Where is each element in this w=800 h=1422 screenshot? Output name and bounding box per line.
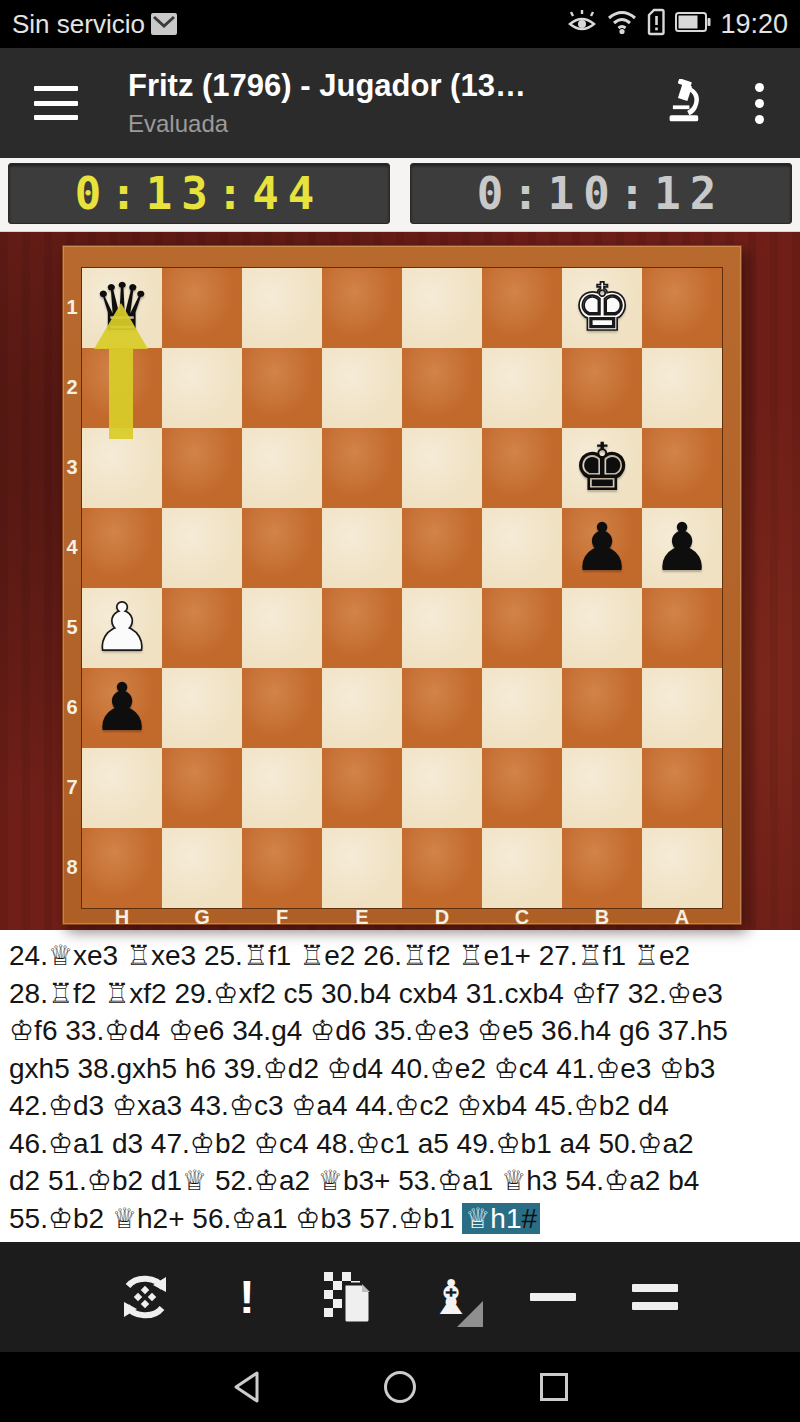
- square-h3[interactable]: [82, 428, 162, 508]
- square-c5[interactable]: [482, 588, 562, 668]
- move-line[interactable]: 28.♖f2 ♖xf2 29.♔xf2 c5 30.b4 cxb4 31.cxb…: [9, 975, 791, 1013]
- board-document-icon[interactable]: [321, 1265, 377, 1329]
- square-g8[interactable]: [162, 828, 242, 908]
- equals-button[interactable]: [627, 1265, 683, 1329]
- file-label: E: [322, 909, 402, 926]
- square-d2[interactable]: [402, 348, 482, 428]
- move-list: 24.♕xe3 ♖xe3 25.♖f1 ♖e2 26.♖f2 ♖e1+ 27.♖…: [0, 930, 800, 1242]
- square-e3[interactable]: [322, 428, 402, 508]
- square-d4[interactable]: [402, 508, 482, 588]
- square-g2[interactable]: [162, 348, 242, 428]
- square-f3[interactable]: [242, 428, 322, 508]
- square-h8[interactable]: [82, 828, 162, 908]
- square-e4[interactable]: [322, 508, 402, 588]
- move-line[interactable]: 55.♔b2 ♕h2+ 56.♔a1 ♔b3 57.♔b1 ♕h1#: [9, 1200, 791, 1238]
- square-b2[interactable]: [562, 348, 642, 428]
- square-d3[interactable]: [402, 428, 482, 508]
- file-label: F: [242, 909, 322, 926]
- rank-label: 6: [63, 667, 81, 747]
- square-c2[interactable]: [482, 348, 562, 428]
- status-bar: Sin servicio: [0, 0, 800, 48]
- square-f4[interactable]: [242, 508, 322, 588]
- white-king: ♚: [562, 268, 642, 348]
- chess-board: 12345678 HGFEDCBA ♛♚♚♟♟♟♟: [62, 245, 742, 925]
- square-e1[interactable]: [322, 268, 402, 348]
- square-h1[interactable]: ♛: [82, 268, 162, 348]
- clock-strip: 0:13:44 0:10:12: [0, 158, 800, 232]
- corner-triangle: [457, 1301, 483, 1327]
- square-f8[interactable]: [242, 828, 322, 908]
- carrier-label: Sin servicio: [12, 9, 145, 40]
- square-h2[interactable]: [82, 348, 162, 428]
- square-f7[interactable]: [242, 748, 322, 828]
- square-d5[interactable]: [402, 588, 482, 668]
- square-c4[interactable]: [482, 508, 562, 588]
- square-e2[interactable]: [322, 348, 402, 428]
- square-g7[interactable]: [162, 748, 242, 828]
- white-clock: 0:13:44: [8, 163, 390, 224]
- square-f1[interactable]: [242, 268, 322, 348]
- rank-label: 4: [63, 507, 81, 587]
- square-g6[interactable]: [162, 668, 242, 748]
- file-label: B: [562, 909, 642, 926]
- minus-button[interactable]: [525, 1265, 581, 1329]
- page-subtitle: Evaluada: [128, 110, 665, 138]
- square-e5[interactable]: [322, 588, 402, 668]
- sim-alert-icon: [646, 8, 666, 40]
- file-label: D: [402, 909, 482, 926]
- square-a5[interactable]: [642, 588, 722, 668]
- square-c1[interactable]: [482, 268, 562, 348]
- square-a2[interactable]: [642, 348, 722, 428]
- white-pawn: ♟: [82, 588, 162, 668]
- file-label: G: [162, 909, 242, 926]
- black-clock-time: 0:10:12: [477, 168, 725, 219]
- page-title: Fritz (1796) - Jugador (13…: [128, 68, 665, 104]
- board-background: 12345678 HGFEDCBA ♛♚♚♟♟♟♟: [0, 232, 800, 930]
- black-pawn: ♟: [642, 508, 722, 588]
- rank-label: 7: [63, 747, 81, 827]
- square-a4[interactable]: ♟: [642, 508, 722, 588]
- board-squares: ♛♚♚♟♟♟♟: [81, 267, 723, 909]
- back-button[interactable]: [227, 1368, 265, 1406]
- square-f2[interactable]: [242, 348, 322, 428]
- app-bar: Fritz (1796) - Jugador (13… Evaluada: [0, 48, 800, 158]
- square-d8[interactable]: [402, 828, 482, 908]
- square-b1[interactable]: ♚: [562, 268, 642, 348]
- square-e7[interactable]: [322, 748, 402, 828]
- square-a7[interactable]: [642, 748, 722, 828]
- file-label: C: [482, 909, 562, 926]
- home-button[interactable]: [381, 1368, 419, 1406]
- square-g4[interactable]: [162, 508, 242, 588]
- square-g3[interactable]: [162, 428, 242, 508]
- black-pawn: ♟: [562, 508, 642, 588]
- microscope-icon[interactable]: [665, 79, 705, 127]
- eye-comfort-icon: [566, 7, 598, 41]
- highlighted-move[interactable]: ♕h1#: [462, 1203, 540, 1234]
- black-clock: 0:10:12: [410, 163, 792, 224]
- square-d1[interactable]: [402, 268, 482, 348]
- file-label: H: [82, 909, 162, 926]
- move-line[interactable]: ♔f6 33.♔d4 ♔e6 34.g4 ♔d6 35.♔e3 ♔e5 36.h…: [9, 1012, 791, 1050]
- square-a6[interactable]: [642, 668, 722, 748]
- square-b3[interactable]: ♚: [562, 428, 642, 508]
- overflow-menu-icon[interactable]: [751, 79, 768, 128]
- android-nav-bar: [0, 1352, 800, 1422]
- rank-label: 2: [63, 347, 81, 427]
- square-c3[interactable]: [482, 428, 562, 508]
- exclamation-button[interactable]: !: [219, 1265, 275, 1329]
- black-queen: ♛: [82, 268, 162, 348]
- clock-time: 19:20: [720, 9, 788, 40]
- square-b6[interactable]: [562, 668, 642, 748]
- square-a1[interactable]: [642, 268, 722, 348]
- square-g1[interactable]: [162, 268, 242, 348]
- rank-label: 3: [63, 427, 81, 507]
- square-b8[interactable]: [562, 828, 642, 908]
- square-d6[interactable]: [402, 668, 482, 748]
- square-e6[interactable]: [322, 668, 402, 748]
- square-g5[interactable]: [162, 588, 242, 668]
- square-c8[interactable]: [482, 828, 562, 908]
- square-h5[interactable]: ♟: [82, 588, 162, 668]
- bishop-piece-icon[interactable]: ♝: [423, 1265, 479, 1329]
- square-e8[interactable]: [322, 828, 402, 908]
- wifi-icon: [607, 9, 637, 39]
- rank-label: 5: [63, 587, 81, 667]
- square-c6[interactable]: [482, 668, 562, 748]
- square-b7[interactable]: [562, 748, 642, 828]
- square-a8[interactable]: [642, 828, 722, 908]
- move-line[interactable]: gxh5 38.gxh5 h6 39.♔d2 ♔d4 40.♔e2 ♔c4 41…: [9, 1050, 791, 1088]
- square-f5[interactable]: [242, 588, 322, 668]
- square-c7[interactable]: [482, 748, 562, 828]
- move-line[interactable]: 46.♔a1 d3 47.♔b2 ♔c4 48.♔c1 a5 49.♔b1 a4…: [9, 1125, 791, 1163]
- move-line-text: 55.♔b2 ♕h2+ 56.♔a1 ♔b3 57.♔b1: [9, 1203, 462, 1234]
- move-line[interactable]: 42.♔d3 ♔xa3 43.♔c3 ♔a4 44.♔c2 ♔xb4 45.♔b…: [9, 1087, 791, 1125]
- square-d7[interactable]: [402, 748, 482, 828]
- square-b4[interactable]: ♟: [562, 508, 642, 588]
- move-line[interactable]: 24.♕xe3 ♖xe3 25.♖f1 ♖e2 26.♖f2 ♖e1+ 27.♖…: [9, 937, 791, 975]
- black-king: ♚: [562, 428, 642, 508]
- square-a3[interactable]: [642, 428, 722, 508]
- switch-sides-icon[interactable]: [117, 1265, 173, 1329]
- white-clock-time: 0:13:44: [75, 168, 323, 219]
- envelope-icon: [151, 13, 177, 35]
- square-b5[interactable]: [562, 588, 642, 668]
- black-pawn: ♟: [82, 668, 162, 748]
- rank-label: 1: [63, 267, 81, 347]
- recents-button[interactable]: [535, 1368, 573, 1406]
- mate-symbol: #: [522, 1203, 538, 1234]
- move-line[interactable]: d2 51.♔b2 d1♕ 52.♔a2 ♕b3+ 53.♔a1 ♕h3 54.…: [9, 1162, 791, 1200]
- square-h6[interactable]: ♟: [82, 668, 162, 748]
- battery-icon: [675, 11, 711, 37]
- square-h4[interactable]: [82, 508, 162, 588]
- rank-label: 8: [63, 827, 81, 907]
- square-h7[interactable]: [82, 748, 162, 828]
- file-label: A: [642, 909, 722, 926]
- bottom-toolbar: ! ♝: [0, 1242, 800, 1352]
- square-f6[interactable]: [242, 668, 322, 748]
- menu-icon[interactable]: [34, 86, 78, 120]
